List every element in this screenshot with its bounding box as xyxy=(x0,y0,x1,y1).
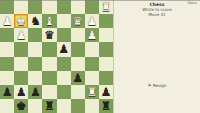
square-e6[interactable] xyxy=(57,28,71,42)
square-a3[interactable] xyxy=(0,71,14,85)
square-d2[interactable] xyxy=(42,85,56,99)
resign-button-label: Resign xyxy=(153,83,166,88)
square-h6[interactable] xyxy=(99,28,113,42)
chess-board[interactable]: ♜♟♚♞♝♛♟♟♛♟♟♟♟♟♟♜♟♚♜♜ xyxy=(0,0,113,113)
square-d4[interactable] xyxy=(42,57,56,71)
square-h4[interactable] xyxy=(99,57,113,71)
square-c2[interactable]: ♟ xyxy=(28,85,42,99)
square-b7[interactable]: ♚ xyxy=(14,14,28,28)
square-f5[interactable] xyxy=(71,42,85,56)
square-e2[interactable] xyxy=(57,85,71,99)
square-d1[interactable]: ♜ xyxy=(42,99,56,113)
piece-white-bishop[interactable]: ♝ xyxy=(44,14,54,28)
piece-white-pawn[interactable]: ♟ xyxy=(87,14,97,28)
square-f1[interactable] xyxy=(71,99,85,113)
square-g3[interactable] xyxy=(85,71,99,85)
square-g2[interactable]: ♜ xyxy=(85,85,99,99)
square-a4[interactable] xyxy=(0,57,14,71)
square-h7[interactable] xyxy=(99,14,113,28)
square-c5[interactable] xyxy=(28,42,42,56)
square-b1[interactable]: ♚ xyxy=(14,99,28,113)
square-e1[interactable] xyxy=(57,99,71,113)
piece-black-pawn[interactable]: ♟ xyxy=(2,85,12,99)
square-f8[interactable] xyxy=(71,0,85,14)
square-g1[interactable] xyxy=(85,99,99,113)
square-b3[interactable] xyxy=(14,71,28,85)
window-top-border xyxy=(0,0,200,1)
square-c8[interactable] xyxy=(28,0,42,14)
square-b4[interactable] xyxy=(14,57,28,71)
square-c4[interactable] xyxy=(28,57,42,71)
square-a5[interactable] xyxy=(0,42,14,56)
square-e8[interactable] xyxy=(57,0,71,14)
square-c6[interactable] xyxy=(28,28,42,42)
square-f4[interactable] xyxy=(71,57,85,71)
square-g5[interactable] xyxy=(85,42,99,56)
square-c1[interactable] xyxy=(28,99,42,113)
square-b6[interactable]: ♟ xyxy=(14,28,28,42)
square-a2[interactable]: ♟ xyxy=(0,85,14,99)
square-e5[interactable]: ♟ xyxy=(57,42,71,56)
square-b8[interactable] xyxy=(14,0,28,14)
piece-white-king[interactable]: ♚ xyxy=(16,14,26,28)
square-e4[interactable] xyxy=(57,57,71,71)
piece-black-pawn[interactable]: ♟ xyxy=(16,85,26,99)
piece-white-rook[interactable]: ♜ xyxy=(87,85,97,99)
square-g7[interactable]: ♟ xyxy=(85,14,99,28)
square-a7[interactable]: ♟ xyxy=(0,14,14,28)
square-e7[interactable] xyxy=(57,14,71,28)
square-e3[interactable] xyxy=(57,71,71,85)
resign-button[interactable]: ⚑ Resign xyxy=(146,82,168,88)
square-h5[interactable] xyxy=(99,42,113,56)
square-f3[interactable]: ♟ xyxy=(71,71,85,85)
square-d6[interactable]: ♛ xyxy=(42,28,56,42)
square-b5[interactable] xyxy=(14,42,28,56)
square-c7[interactable]: ♞ xyxy=(28,14,42,28)
square-h3[interactable] xyxy=(99,71,113,85)
square-a8[interactable] xyxy=(0,0,14,14)
square-c3[interactable] xyxy=(28,71,42,85)
piece-black-queen[interactable]: ♛ xyxy=(44,28,54,42)
flag-icon: ⚑ xyxy=(148,83,152,88)
piece-white-pawn[interactable]: ♟ xyxy=(87,28,97,42)
square-h8[interactable]: ♜ xyxy=(99,0,113,14)
piece-black-pawn[interactable]: ♟ xyxy=(73,71,83,85)
square-f2[interactable] xyxy=(71,85,85,99)
move-line: Move 41 xyxy=(114,12,200,17)
square-d7[interactable]: ♝ xyxy=(42,14,56,28)
square-d5[interactable] xyxy=(42,42,56,56)
square-h1[interactable]: ♜ xyxy=(99,99,113,113)
square-f7[interactable]: ♛ xyxy=(71,14,85,28)
square-d8[interactable] xyxy=(42,0,56,14)
square-g4[interactable] xyxy=(85,57,99,71)
piece-white-rook[interactable]: ♜ xyxy=(101,0,111,14)
piece-black-knight[interactable]: ♞ xyxy=(30,14,40,28)
square-g6[interactable]: ♟ xyxy=(85,28,99,42)
square-a1[interactable] xyxy=(0,99,14,113)
piece-white-pawn[interactable]: ♟ xyxy=(16,28,26,42)
piece-black-pawn[interactable]: ♟ xyxy=(30,85,40,99)
side-panel: Menu Chess White to move Move 41 ⚑ Resig… xyxy=(113,0,200,113)
piece-white-queen[interactable]: ♛ xyxy=(73,14,83,28)
square-a6[interactable] xyxy=(0,28,14,42)
chess-app-window: ♜♟♚♞♝♛♟♟♛♟♟♟♟♟♟♜♟♚♜♜ Menu Chess White to… xyxy=(0,0,200,113)
square-b2[interactable]: ♟ xyxy=(14,85,28,99)
piece-white-pawn[interactable]: ♟ xyxy=(2,14,12,28)
square-d3[interactable] xyxy=(42,71,56,85)
piece-black-pawn[interactable]: ♟ xyxy=(58,42,68,56)
piece-black-rook[interactable]: ♜ xyxy=(44,99,54,113)
piece-black-king[interactable]: ♚ xyxy=(16,99,26,113)
game-status-header: Chess White to move Move 41 xyxy=(114,2,200,17)
piece-black-pawn[interactable]: ♟ xyxy=(101,85,111,99)
square-f6[interactable] xyxy=(71,28,85,42)
square-g8[interactable] xyxy=(85,0,99,14)
square-h2[interactable]: ♟ xyxy=(99,85,113,99)
piece-black-rook[interactable]: ♜ xyxy=(101,99,111,113)
